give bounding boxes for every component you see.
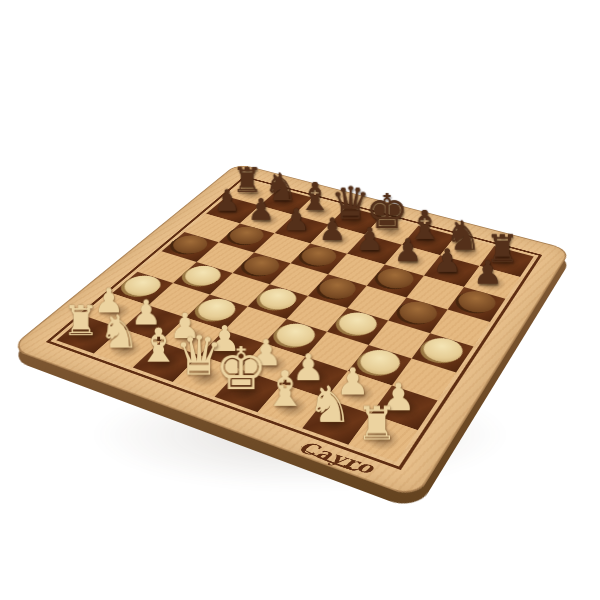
photo-background: ♜♞♝♛♚♝♞♜♟♟♟♟♟♟♟♟♟♟♟♟♟♟♟♟♜♞♝♛♚♝♞♜ Cayro: [0, 0, 600, 600]
dark-pawn-piece: ♟: [453, 256, 522, 289]
light-rook-piece: ♜: [335, 400, 419, 447]
dark-checker-disc: [394, 298, 443, 327]
